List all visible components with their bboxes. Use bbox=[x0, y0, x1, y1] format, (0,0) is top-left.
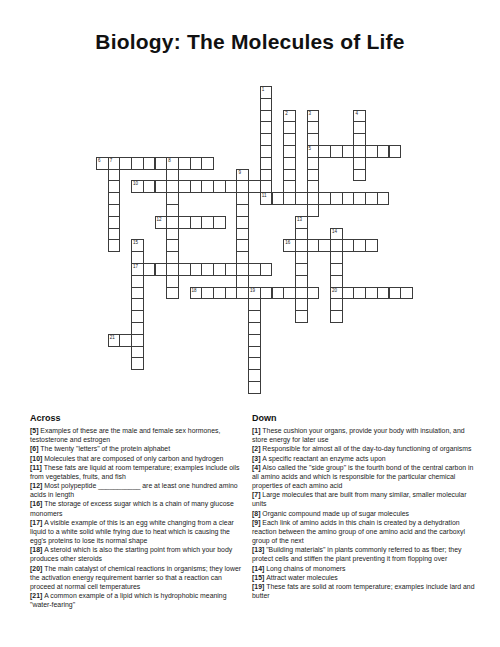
clue-item: [1] These cushion your organs, provide y… bbox=[252, 426, 478, 444]
grid-cell[interactable] bbox=[166, 287, 179, 300]
clue-number: 8 bbox=[168, 158, 171, 163]
clue-item: [2] Responsible for almost all of the da… bbox=[252, 444, 478, 453]
grid-cell[interactable] bbox=[295, 310, 308, 323]
clue-item: [13] "Building materials" in plants comm… bbox=[252, 545, 478, 563]
clue-item: [5] Examples of these are the male and f… bbox=[30, 426, 244, 444]
across-clue-list: [5] Examples of these are the male and f… bbox=[30, 426, 244, 609]
clue-number: 15 bbox=[133, 240, 138, 245]
clue-item: [4] Also called the "side group" is the … bbox=[252, 463, 478, 491]
clue-item: [18] A steroid which is also the startin… bbox=[30, 545, 244, 563]
clue-item: [21] A common example of a lipid which i… bbox=[30, 591, 244, 609]
grid-cell[interactable] bbox=[365, 239, 378, 252]
down-clues: Down [1] These cushion your organs, prov… bbox=[252, 413, 478, 600]
clue-number: 6 bbox=[98, 158, 101, 163]
clue-number: 4 bbox=[355, 111, 358, 116]
clue-item: [17] A visible example of this is an egg… bbox=[30, 518, 244, 546]
clue-item: [12] Most polypeptide ___________ are at… bbox=[30, 481, 244, 499]
clue-item: [6] The twenty "letters" of the protein … bbox=[30, 444, 244, 453]
clue-number: 10 bbox=[133, 181, 138, 186]
grid-cell[interactable] bbox=[108, 239, 121, 252]
page-title: Biology: The Molecules of Life bbox=[0, 30, 500, 54]
grid-cell[interactable] bbox=[201, 157, 214, 170]
clue-item: [14] Long chains of monomers bbox=[252, 564, 478, 573]
grid-cell[interactable] bbox=[330, 310, 343, 323]
grid-cell[interactable] bbox=[389, 145, 402, 158]
clue-item: [19] These fats are solid at room temper… bbox=[252, 582, 478, 600]
grid-cell[interactable] bbox=[260, 263, 273, 276]
grid-cell[interactable] bbox=[400, 287, 413, 300]
crossword-grid[interactable]: 123456789101112131415161718192021 bbox=[96, 86, 413, 394]
grid-cell[interactable] bbox=[307, 287, 320, 300]
grid-cell[interactable] bbox=[131, 357, 144, 370]
clue-number: 3 bbox=[309, 111, 312, 116]
clue-number: 5 bbox=[309, 146, 312, 151]
clue-item: [8] Organic compound made up of sugar mo… bbox=[252, 509, 478, 518]
clue-number: 2 bbox=[285, 111, 288, 116]
grid-cell[interactable] bbox=[213, 216, 226, 229]
clue-number: 21 bbox=[110, 335, 115, 340]
clue-item: [20] The main catalyst of chemical react… bbox=[30, 564, 244, 592]
clue-number: 9 bbox=[238, 170, 241, 175]
clue-number: 16 bbox=[285, 240, 290, 245]
clue-number: 18 bbox=[192, 288, 197, 293]
clue-number: 11 bbox=[262, 193, 267, 198]
clue-item: [16] The storage of excess sugar which i… bbox=[30, 499, 244, 517]
clue-item: [15] Attract water molecules bbox=[252, 573, 478, 582]
clue-number: 19 bbox=[250, 288, 255, 293]
down-clue-list: [1] These cushion your organs, provide y… bbox=[252, 426, 478, 600]
clue-number: 20 bbox=[332, 288, 337, 293]
clue-number: 17 bbox=[133, 264, 138, 269]
clue-number: 13 bbox=[297, 217, 302, 222]
clue-number: 7 bbox=[110, 158, 113, 163]
grid-cell[interactable] bbox=[377, 192, 390, 205]
clue-item: [7] Large molecules that are built from … bbox=[252, 490, 478, 508]
clue-item: [11] These fats are liquid at room tempe… bbox=[30, 463, 244, 481]
clue-item: [9] Each link of amino acids in this cha… bbox=[252, 518, 478, 546]
clue-number: 14 bbox=[332, 229, 337, 234]
across-heading: Across bbox=[30, 413, 244, 423]
grid-cell[interactable] bbox=[248, 381, 261, 394]
clue-number: 1 bbox=[262, 87, 265, 92]
clue-number: 12 bbox=[157, 217, 162, 222]
grid-cell[interactable] bbox=[307, 204, 320, 217]
down-heading: Down bbox=[252, 413, 478, 423]
clue-item: [3] A specific reactant an enzyme acts u… bbox=[252, 454, 478, 463]
clue-item: [10] Molecules that are composed of only… bbox=[30, 454, 244, 463]
grid-cell[interactable] bbox=[353, 169, 366, 182]
across-clues: Across [5] Examples of these are the mal… bbox=[30, 413, 244, 609]
